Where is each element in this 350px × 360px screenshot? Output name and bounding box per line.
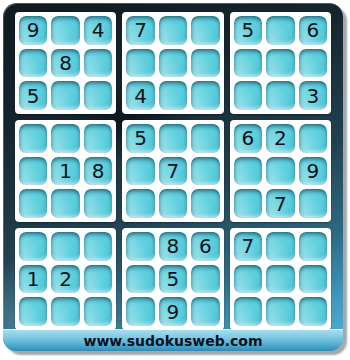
sudoku-cell-r5c8[interactable] <box>266 157 294 186</box>
sudoku-cell-r8c7[interactable] <box>234 265 262 294</box>
sudoku-cell-r8c9[interactable] <box>299 265 327 294</box>
sudoku-cell-r1c1[interactable]: 9 <box>19 16 47 45</box>
sudoku-cell-r5c5[interactable]: 7 <box>159 157 187 186</box>
sudoku-cell-r9c1[interactable] <box>19 297 47 326</box>
sudoku-cell-r4c8[interactable]: 2 <box>266 124 294 153</box>
sudoku-box-2: 74 <box>122 12 223 114</box>
sudoku-cell-r6c3[interactable] <box>84 189 112 218</box>
sudoku-cell-r7c1[interactable] <box>19 232 47 261</box>
sudoku-cell-r9c2[interactable] <box>51 297 79 326</box>
sudoku-box-7: 12 <box>15 228 116 330</box>
sudoku-cell-r5c4[interactable] <box>126 157 154 186</box>
sudoku-cell-r1c2[interactable] <box>51 16 79 45</box>
sudoku-cell-r3c2[interactable] <box>51 81 79 110</box>
sudoku-cell-r4c4[interactable]: 5 <box>126 124 154 153</box>
sudoku-box-3: 563 <box>230 12 331 114</box>
sudoku-cell-r6c1[interactable] <box>19 189 47 218</box>
sudoku-cell-r7c3[interactable] <box>84 232 112 261</box>
sudoku-cell-r2c9[interactable] <box>299 49 327 78</box>
sudoku-cell-r4c2[interactable] <box>51 124 79 153</box>
sudoku-box-9: 7 <box>230 228 331 330</box>
sudoku-box-1: 9485 <box>15 12 116 114</box>
sudoku-cell-r1c5[interactable] <box>159 16 187 45</box>
sudoku-cell-r9c8[interactable] <box>266 297 294 326</box>
sudoku-box-5: 57 <box>122 120 223 222</box>
sudoku-cell-r6c7[interactable] <box>234 189 262 218</box>
sudoku-cell-r6c4[interactable] <box>126 189 154 218</box>
sudoku-cell-r2c2[interactable]: 8 <box>51 49 79 78</box>
sudoku-cell-r6c6[interactable] <box>191 189 219 218</box>
sudoku-cell-r5c6[interactable] <box>191 157 219 186</box>
sudoku-cell-r8c1[interactable]: 1 <box>19 265 47 294</box>
sudoku-box-4: 18 <box>15 120 116 222</box>
sudoku-cell-r9c7[interactable] <box>234 297 262 326</box>
sudoku-cell-r7c5[interactable]: 8 <box>159 232 187 261</box>
sudoku-cell-r1c4[interactable]: 7 <box>126 16 154 45</box>
sudoku-box-6: 6297 <box>230 120 331 222</box>
sudoku-cell-r8c6[interactable] <box>191 265 219 294</box>
sudoku-cell-r2c1[interactable] <box>19 49 47 78</box>
sudoku-cell-r6c9[interactable] <box>299 189 327 218</box>
sudoku-cell-r5c7[interactable] <box>234 157 262 186</box>
sudoku-cell-r9c9[interactable] <box>299 297 327 326</box>
sudoku-cell-r1c6[interactable] <box>191 16 219 45</box>
sudoku-cell-r4c5[interactable] <box>159 124 187 153</box>
sudoku-cell-r1c3[interactable]: 4 <box>84 16 112 45</box>
sudoku-cell-r2c7[interactable] <box>234 49 262 78</box>
sudoku-cell-r3c4[interactable]: 4 <box>126 81 154 110</box>
sudoku-cell-r4c3[interactable] <box>84 124 112 153</box>
sudoku-board: 948574563185762971286597 <box>15 12 331 330</box>
sudoku-cell-r2c8[interactable] <box>266 49 294 78</box>
sudoku-cell-r8c2[interactable]: 2 <box>51 265 79 294</box>
board-frame: 948574563185762971286597 www.sudokusweb.… <box>3 3 343 351</box>
sudoku-cell-r9c3[interactable] <box>84 297 112 326</box>
footer-bar: www.sudokusweb.com <box>3 330 343 351</box>
sudoku-cell-r9c6[interactable] <box>191 297 219 326</box>
sudoku-cell-r7c6[interactable]: 6 <box>191 232 219 261</box>
sudoku-cell-r5c9[interactable]: 9 <box>299 157 327 186</box>
sudoku-cell-r3c6[interactable] <box>191 81 219 110</box>
sudoku-cell-r5c1[interactable] <box>19 157 47 186</box>
sudoku-cell-r7c4[interactable] <box>126 232 154 261</box>
sudoku-cell-r1c9[interactable]: 6 <box>299 16 327 45</box>
sudoku-cell-r3c1[interactable]: 5 <box>19 81 47 110</box>
sudoku-cell-r8c4[interactable] <box>126 265 154 294</box>
sudoku-box-8: 8659 <box>122 228 223 330</box>
sudoku-cell-r3c5[interactable] <box>159 81 187 110</box>
sudoku-cell-r4c6[interactable] <box>191 124 219 153</box>
sudoku-cell-r3c8[interactable] <box>266 81 294 110</box>
sudoku-cell-r1c7[interactable]: 5 <box>234 16 262 45</box>
sudoku-cell-r8c3[interactable] <box>84 265 112 294</box>
site-url[interactable]: www.sudokusweb.com <box>83 333 262 349</box>
sudoku-cell-r9c4[interactable] <box>126 297 154 326</box>
sudoku-cell-r9c5[interactable]: 9 <box>159 297 187 326</box>
sudoku-cell-r6c5[interactable] <box>159 189 187 218</box>
sudoku-cell-r2c5[interactable] <box>159 49 187 78</box>
sudoku-cell-r4c7[interactable]: 6 <box>234 124 262 153</box>
sudoku-cell-r2c3[interactable] <box>84 49 112 78</box>
sudoku-cell-r4c9[interactable] <box>299 124 327 153</box>
sudoku-cell-r8c5[interactable]: 5 <box>159 265 187 294</box>
sudoku-cell-r6c8[interactable]: 7 <box>266 189 294 218</box>
sudoku-cell-r2c6[interactable] <box>191 49 219 78</box>
sudoku-cell-r3c3[interactable] <box>84 81 112 110</box>
sudoku-cell-r8c8[interactable] <box>266 265 294 294</box>
sudoku-cell-r5c2[interactable]: 1 <box>51 157 79 186</box>
sudoku-cell-r3c9[interactable]: 3 <box>299 81 327 110</box>
sudoku-cell-r2c4[interactable] <box>126 49 154 78</box>
sudoku-cell-r7c8[interactable] <box>266 232 294 261</box>
sudoku-cell-r6c2[interactable] <box>51 189 79 218</box>
sudoku-cell-r3c7[interactable] <box>234 81 262 110</box>
sudoku-cell-r7c2[interactable] <box>51 232 79 261</box>
sudoku-cell-r7c9[interactable] <box>299 232 327 261</box>
sudoku-cell-r7c7[interactable]: 7 <box>234 232 262 261</box>
sudoku-cell-r5c3[interactable]: 8 <box>84 157 112 186</box>
sudoku-cell-r4c1[interactable] <box>19 124 47 153</box>
sudoku-cell-r1c8[interactable] <box>266 16 294 45</box>
